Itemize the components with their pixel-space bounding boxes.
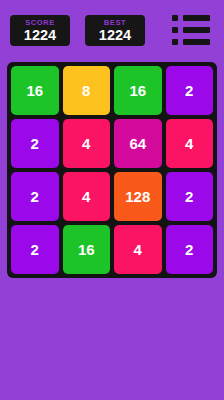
tile-r3c0: 2: [11, 225, 59, 274]
tile-r0c1: 8: [63, 66, 111, 115]
best-label: BEST: [104, 18, 126, 27]
best-panel: BEST 1224: [85, 15, 145, 46]
tile-r2c1: 4: [63, 172, 111, 221]
menu-row: [172, 15, 210, 21]
list-menu-icon[interactable]: [172, 15, 210, 45]
tile-r0c2: 16: [114, 66, 162, 115]
menu-row: [172, 39, 210, 45]
tile-r1c1: 4: [63, 119, 111, 168]
tile-r3c1: 16: [63, 225, 111, 274]
game-board[interactable]: 16 8 16 2 2 4 64 4 2 4 128 2 2 16 4 2: [7, 62, 217, 278]
score-panel: SCORE 1224: [10, 15, 70, 46]
tile-r3c2: 4: [114, 225, 162, 274]
tile-r2c2: 128: [114, 172, 162, 221]
tile-r2c0: 2: [11, 172, 59, 221]
score-value: 1224: [24, 27, 56, 43]
tile-r0c3: 2: [166, 66, 214, 115]
menu-bullet: [172, 15, 178, 21]
menu-bar: [183, 27, 210, 33]
tile-r2c3: 2: [166, 172, 214, 221]
tile-r3c3: 2: [166, 225, 214, 274]
best-value: 1224: [99, 27, 131, 43]
tile-r1c2: 64: [114, 119, 162, 168]
tile-r0c0: 16: [11, 66, 59, 115]
score-label: SCORE: [25, 18, 55, 27]
menu-bar: [183, 39, 210, 45]
menu-bullet: [172, 39, 178, 45]
tile-r1c0: 2: [11, 119, 59, 168]
menu-bullet: [172, 27, 178, 33]
tile-r1c3: 4: [166, 119, 214, 168]
menu-bar: [183, 15, 210, 21]
menu-row: [172, 27, 210, 33]
header: SCORE 1224 BEST 1224: [0, 0, 224, 62]
